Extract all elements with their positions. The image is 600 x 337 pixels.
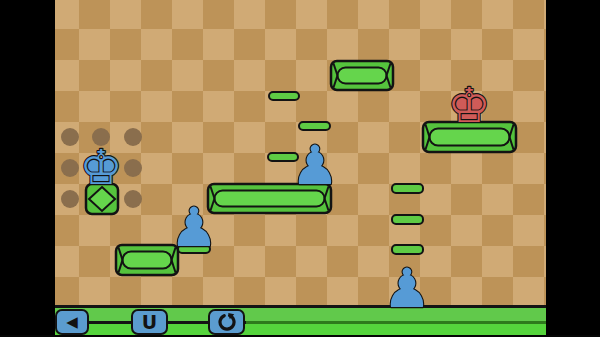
back-arrow-icon: ◀ [66,315,78,330]
back-button[interactable]: ◀ [55,309,89,335]
checkerboard-playfield [55,0,546,337]
undo-button[interactable]: U [131,309,168,335]
restart-rotate-icon [218,313,236,331]
ground-platform [55,305,546,337]
undo-label: U [142,313,157,332]
game-stage: ♚♟♟♟♚ ◀ U [0,0,600,337]
ground-seam-line [55,321,546,324]
restart-button[interactable] [208,309,245,335]
